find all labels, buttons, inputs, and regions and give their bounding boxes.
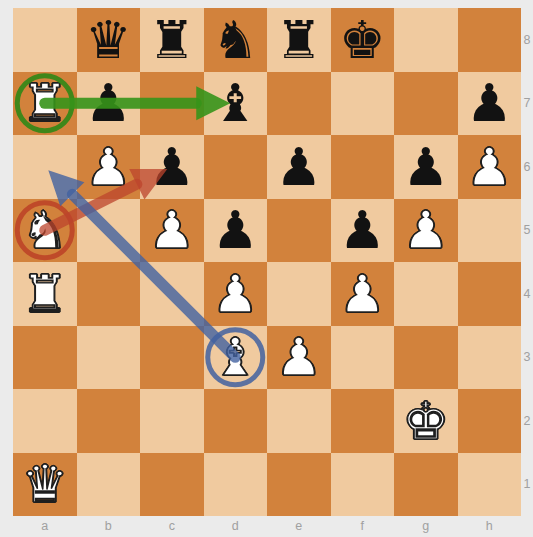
piece-bR-e8[interactable]: ♜: [267, 8, 331, 72]
square-f3[interactable]: [331, 326, 395, 390]
square-h1[interactable]: [458, 453, 522, 517]
square-h3[interactable]: [458, 326, 522, 390]
piece-wK-g2[interactable]: ♚: [394, 389, 458, 453]
piece-wQ-a1[interactable]: ♛: [13, 453, 77, 517]
square-e2[interactable]: [267, 389, 331, 453]
square-a6[interactable]: [13, 135, 77, 199]
file-label-g: g: [394, 515, 458, 537]
square-f1[interactable]: [331, 453, 395, 517]
piece-bP-d5[interactable]: ♟: [204, 199, 268, 263]
square-d6[interactable]: [204, 135, 268, 199]
rank-label-2: 2: [521, 389, 533, 453]
file-label-c: c: [140, 515, 204, 537]
chess-board: ♛♜♞♜♚♜♟♝♟♟♟♟♟♟♞♟♟♟♟♜♟♟♝♟♚♛: [13, 8, 521, 516]
square-f6[interactable]: [331, 135, 395, 199]
rank-label-8: 8: [521, 8, 533, 72]
square-a3[interactable]: [13, 326, 77, 390]
square-h2[interactable]: [458, 389, 522, 453]
square-e1[interactable]: [267, 453, 331, 517]
piece-wP-e3[interactable]: ♟: [267, 326, 331, 390]
piece-wP-b6[interactable]: ♟: [77, 135, 141, 199]
file-label-d: d: [204, 515, 268, 537]
file-label-e: e: [267, 515, 331, 537]
piece-wP-f4[interactable]: ♟: [331, 262, 395, 326]
piece-wN-a5[interactable]: ♞: [13, 199, 77, 263]
square-f7[interactable]: [331, 72, 395, 136]
square-a8[interactable]: [13, 8, 77, 72]
rank-label-3: 3: [521, 326, 533, 390]
piece-wR-a7[interactable]: ♜: [13, 72, 77, 136]
piece-bP-f5[interactable]: ♟: [331, 199, 395, 263]
square-f2[interactable]: [331, 389, 395, 453]
square-c4[interactable]: [140, 262, 204, 326]
piece-wP-h6[interactable]: ♟: [458, 135, 522, 199]
piece-bP-c6[interactable]: ♟: [140, 135, 204, 199]
file-label-a: a: [13, 515, 77, 537]
piece-bQ-b8[interactable]: ♛: [77, 8, 141, 72]
piece-bP-g6[interactable]: ♟: [394, 135, 458, 199]
square-g7[interactable]: [394, 72, 458, 136]
square-b1[interactable]: [77, 453, 141, 517]
piece-bP-h7[interactable]: ♟: [458, 72, 522, 136]
file-label-b: b: [77, 515, 141, 537]
piece-wP-g5[interactable]: ♟: [394, 199, 458, 263]
rank-label-4: 4: [521, 262, 533, 326]
square-c1[interactable]: [140, 453, 204, 517]
square-h4[interactable]: [458, 262, 522, 326]
rank-label-1: 1: [521, 453, 533, 517]
rank-label-5: 5: [521, 199, 533, 263]
square-d2[interactable]: [204, 389, 268, 453]
piece-wB-d3[interactable]: ♝: [204, 326, 268, 390]
square-h8[interactable]: [458, 8, 522, 72]
piece-wR-a4[interactable]: ♜: [13, 262, 77, 326]
square-c7[interactable]: [140, 72, 204, 136]
piece-bK-f8[interactable]: ♚: [331, 8, 395, 72]
file-label-f: f: [331, 515, 395, 537]
square-b3[interactable]: [77, 326, 141, 390]
square-e7[interactable]: [267, 72, 331, 136]
square-d1[interactable]: [204, 453, 268, 517]
piece-bP-b7[interactable]: ♟: [77, 72, 141, 136]
square-g8[interactable]: [394, 8, 458, 72]
square-c2[interactable]: [140, 389, 204, 453]
piece-bB-d7[interactable]: ♝: [204, 72, 268, 136]
piece-wP-d4[interactable]: ♟: [204, 262, 268, 326]
file-label-h: h: [458, 515, 522, 537]
piece-bN-d8[interactable]: ♞: [204, 8, 268, 72]
square-h5[interactable]: [458, 199, 522, 263]
square-g1[interactable]: [394, 453, 458, 517]
rank-label-7: 7: [521, 72, 533, 136]
square-a2[interactable]: [13, 389, 77, 453]
square-g4[interactable]: [394, 262, 458, 326]
piece-bR-c8[interactable]: ♜: [140, 8, 204, 72]
piece-wP-c5[interactable]: ♟: [140, 199, 204, 263]
square-b4[interactable]: [77, 262, 141, 326]
square-c3[interactable]: [140, 326, 204, 390]
square-b5[interactable]: [77, 199, 141, 263]
rank-label-6: 6: [521, 135, 533, 199]
square-g3[interactable]: [394, 326, 458, 390]
square-b2[interactable]: [77, 389, 141, 453]
square-e4[interactable]: [267, 262, 331, 326]
square-e5[interactable]: [267, 199, 331, 263]
piece-bP-e6[interactable]: ♟: [267, 135, 331, 199]
chess-app-canvas: { "game": "chess", "position": { "fen": …: [0, 0, 533, 537]
